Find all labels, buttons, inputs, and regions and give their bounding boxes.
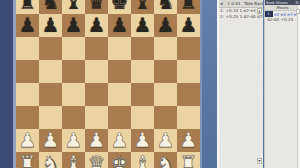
analysis-panel-header: # 1 0:33 Take Back bbox=[219, 0, 263, 8]
piece-black-bishop: ♝ bbox=[131, 0, 154, 14]
square-b6[interactable] bbox=[39, 37, 62, 60]
piece-black-pawn: ♟ bbox=[16, 14, 39, 37]
piece-black-knight: ♞ bbox=[154, 0, 177, 14]
square-a1[interactable]: ♜ bbox=[16, 152, 39, 168]
square-a4[interactable] bbox=[16, 83, 39, 106]
square-e8[interactable]: ♚ bbox=[108, 0, 131, 14]
square-g8[interactable]: ♞ bbox=[154, 0, 177, 14]
scroll-down-icon[interactable]: ▼ bbox=[257, 158, 262, 164]
scroll-up-icon[interactable]: ▲ bbox=[257, 8, 262, 14]
piece-white-pawn: ♟ bbox=[131, 129, 154, 152]
square-e2[interactable]: ♟ bbox=[108, 129, 131, 152]
square-h1[interactable]: ♜ bbox=[177, 152, 200, 168]
square-g3[interactable] bbox=[154, 106, 177, 129]
square-d4[interactable] bbox=[85, 83, 108, 106]
piece-white-bishop: ♝ bbox=[131, 152, 154, 168]
square-c6[interactable] bbox=[62, 37, 85, 60]
square-c7[interactable]: ♟ bbox=[62, 14, 85, 37]
piece-black-pawn: ♟ bbox=[177, 14, 200, 37]
engine-line-2[interactable]: 2: +0.25 1.d2-d4 d7-d5 2.c2-c4 bbox=[219, 14, 263, 20]
square-c8[interactable]: ♝ bbox=[62, 0, 85, 14]
piece-black-bishop: ♝ bbox=[62, 0, 85, 14]
square-a5[interactable] bbox=[16, 60, 39, 83]
piece-black-king: ♚ bbox=[108, 0, 131, 14]
square-h4[interactable] bbox=[177, 83, 200, 106]
square-f5[interactable] bbox=[131, 60, 154, 83]
square-f6[interactable] bbox=[131, 37, 154, 60]
square-c3[interactable] bbox=[62, 106, 85, 129]
square-g7[interactable]: ♟ bbox=[154, 14, 177, 37]
square-b5[interactable] bbox=[39, 60, 62, 83]
piece-white-rook: ♜ bbox=[16, 152, 39, 168]
piece-white-rook: ♜ bbox=[177, 152, 200, 168]
square-c4[interactable] bbox=[62, 83, 85, 106]
square-h8[interactable]: ♜ bbox=[177, 0, 200, 14]
square-f2[interactable]: ♟ bbox=[131, 129, 154, 152]
analysis-header-move-number: # bbox=[220, 1, 223, 6]
square-c1[interactable]: ♝ bbox=[62, 152, 85, 168]
piece-black-pawn: ♟ bbox=[39, 14, 62, 37]
piece-white-pawn: ♟ bbox=[62, 129, 85, 152]
piece-black-pawn: ♟ bbox=[62, 14, 85, 37]
square-h5[interactable] bbox=[177, 60, 200, 83]
square-c5[interactable] bbox=[62, 60, 85, 83]
square-h7[interactable]: ♟ bbox=[177, 14, 200, 37]
square-e1[interactable]: ♚ bbox=[108, 152, 131, 168]
piece-black-pawn: ♟ bbox=[85, 14, 108, 37]
square-a6[interactable] bbox=[16, 37, 39, 60]
piece-white-pawn: ♟ bbox=[85, 129, 108, 152]
square-g5[interactable] bbox=[154, 60, 177, 83]
book-scroll-button[interactable] bbox=[296, 9, 300, 14]
piece-white-pawn: ♟ bbox=[39, 129, 62, 152]
square-d5[interactable] bbox=[85, 60, 108, 83]
square-e3[interactable] bbox=[108, 106, 131, 129]
piece-white-queen: ♛ bbox=[85, 152, 108, 168]
book-move-row[interactable]: d2-d4 +0.25 bbox=[265, 17, 300, 22]
square-b8[interactable]: ♞ bbox=[39, 0, 62, 14]
square-e5[interactable] bbox=[108, 60, 131, 83]
square-f3[interactable] bbox=[131, 106, 154, 129]
chess-app-window: ♜♞♝♛♚♝♞♜♟♟♟♟♟♟♟♟♟♟♟♟♟♟♟♟♜♞♝♛♚♝♞♜ # 1 0:3… bbox=[0, 0, 300, 168]
square-g2[interactable]: ♟ bbox=[154, 129, 177, 152]
square-a7[interactable]: ♟ bbox=[16, 14, 39, 37]
desktop-left-strip bbox=[0, 0, 13, 168]
analysis-panel: # 1 0:33 Take Back 1: +0.33 1.e2-e4 e7-e… bbox=[217, 0, 263, 168]
square-b4[interactable] bbox=[39, 83, 62, 106]
piece-black-pawn: ♟ bbox=[154, 14, 177, 37]
square-d1[interactable]: ♛ bbox=[85, 152, 108, 168]
take-back-button[interactable]: Take Back bbox=[244, 1, 263, 6]
square-f7[interactable]: ♟ bbox=[131, 14, 154, 37]
square-e7[interactable]: ♟ bbox=[108, 14, 131, 37]
square-f8[interactable]: ♝ bbox=[131, 0, 154, 14]
piece-white-pawn: ♟ bbox=[16, 129, 39, 152]
piece-white-pawn: ♟ bbox=[177, 129, 200, 152]
board-right-edge-highlight bbox=[200, 0, 202, 168]
square-b2[interactable]: ♟ bbox=[39, 129, 62, 152]
piece-white-king: ♚ bbox=[108, 152, 131, 168]
piece-black-queen: ♛ bbox=[85, 0, 108, 14]
square-d3[interactable] bbox=[85, 106, 108, 129]
piece-white-pawn: ♟ bbox=[108, 129, 131, 152]
square-a3[interactable] bbox=[16, 106, 39, 129]
piece-white-pawn: ♟ bbox=[154, 129, 177, 152]
book-panel-title-right: % bbox=[296, 1, 299, 5]
chess-board[interactable]: ♜♞♝♛♚♝♞♜♟♟♟♟♟♟♟♟♟♟♟♟♟♟♟♟♜♞♝♛♚♝♞♜ bbox=[16, 0, 200, 168]
square-h2[interactable]: ♟ bbox=[177, 129, 200, 152]
piece-black-knight: ♞ bbox=[39, 0, 62, 14]
square-b3[interactable] bbox=[39, 106, 62, 129]
square-f1[interactable]: ♝ bbox=[131, 152, 154, 168]
square-b1[interactable]: ♞ bbox=[39, 152, 62, 168]
square-h3[interactable] bbox=[177, 106, 200, 129]
square-g4[interactable] bbox=[154, 83, 177, 106]
square-e4[interactable] bbox=[108, 83, 131, 106]
piece-black-pawn: ♟ bbox=[108, 14, 131, 37]
square-b7[interactable]: ♟ bbox=[39, 14, 62, 37]
piece-black-rook: ♜ bbox=[16, 0, 39, 14]
book-panel-title: Book Moves bbox=[266, 1, 288, 5]
square-g6[interactable] bbox=[154, 37, 177, 60]
square-d6[interactable] bbox=[85, 37, 108, 60]
analysis-header-clock: 1 0:33 bbox=[227, 1, 240, 6]
piece-black-pawn: ♟ bbox=[131, 14, 154, 37]
square-g1[interactable]: ♞ bbox=[154, 152, 177, 168]
piece-white-knight: ♞ bbox=[39, 152, 62, 168]
square-e6[interactable] bbox=[108, 37, 131, 60]
piece-white-knight: ♞ bbox=[154, 152, 177, 168]
square-f4[interactable] bbox=[131, 83, 154, 106]
square-c2[interactable]: ♟ bbox=[62, 129, 85, 152]
piece-white-bishop: ♝ bbox=[62, 152, 85, 168]
square-d2[interactable]: ♟ bbox=[85, 129, 108, 152]
book-panel-scrollbar[interactable] bbox=[297, 5, 300, 168]
book-panel: Book Moves % Moves 1. e2-e4 e7-e5 d2-d4 … bbox=[264, 0, 300, 168]
square-d8[interactable]: ♛ bbox=[85, 0, 108, 14]
square-h6[interactable] bbox=[177, 37, 200, 60]
square-d7[interactable]: ♟ bbox=[85, 14, 108, 37]
square-a8[interactable]: ♜ bbox=[16, 0, 39, 14]
piece-black-rook: ♜ bbox=[177, 0, 200, 14]
square-a2[interactable]: ♟ bbox=[16, 129, 39, 152]
